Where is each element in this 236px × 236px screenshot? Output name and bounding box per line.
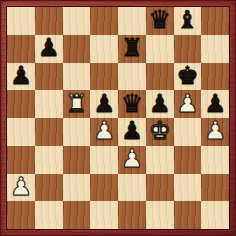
square-c7[interactable] xyxy=(63,35,91,63)
square-b1[interactable] xyxy=(35,201,63,229)
piece-white-pawn-a2[interactable]: ♟ xyxy=(10,174,32,199)
square-e2[interactable] xyxy=(118,174,146,202)
square-g6[interactable]: ♚ xyxy=(174,63,202,91)
square-b6[interactable] xyxy=(35,63,63,91)
square-d7[interactable] xyxy=(90,35,118,63)
square-f1[interactable] xyxy=(146,201,174,229)
square-a4[interactable] xyxy=(7,118,35,146)
square-g8[interactable]: ♝ xyxy=(174,7,202,35)
square-b5[interactable] xyxy=(35,90,63,118)
square-a6[interactable]: ♟ xyxy=(7,63,35,91)
piece-white-pawn-h4[interactable]: ♟ xyxy=(204,118,226,143)
chess-board: ♛♝♟♜♟♚♜♟♛♟♟♟♟♟♚♟♟♟ xyxy=(7,7,229,229)
piece-white-pawn-d4[interactable]: ♟ xyxy=(93,118,115,143)
square-f6[interactable] xyxy=(146,63,174,91)
square-b3[interactable] xyxy=(35,146,63,174)
square-h5[interactable]: ♟ xyxy=(201,90,229,118)
square-g4[interactable] xyxy=(174,118,202,146)
piece-black-pawn-f5[interactable]: ♟ xyxy=(148,91,170,116)
square-a2[interactable]: ♟ xyxy=(7,174,35,202)
piece-black-bishop-g8[interactable]: ♝ xyxy=(176,7,198,32)
square-a8[interactable] xyxy=(7,7,35,35)
piece-black-queen-e5[interactable]: ♛ xyxy=(121,91,143,116)
square-c6[interactable] xyxy=(63,63,91,91)
square-g1[interactable] xyxy=(174,201,202,229)
square-f2[interactable] xyxy=(146,174,174,202)
piece-white-pawn-g5[interactable]: ♟ xyxy=(176,91,198,116)
square-h8[interactable] xyxy=(201,7,229,35)
square-d4[interactable]: ♟ xyxy=(90,118,118,146)
piece-black-pawn-h5[interactable]: ♟ xyxy=(204,91,226,116)
square-f4[interactable]: ♚ xyxy=(146,118,174,146)
square-f5[interactable]: ♟ xyxy=(146,90,174,118)
piece-white-king-f4[interactable]: ♚ xyxy=(148,118,170,143)
square-f7[interactable] xyxy=(146,35,174,63)
square-d6[interactable] xyxy=(90,63,118,91)
square-b2[interactable] xyxy=(35,174,63,202)
square-e4[interactable]: ♟ xyxy=(118,118,146,146)
square-a7[interactable] xyxy=(7,35,35,63)
square-c5[interactable]: ♜ xyxy=(63,90,91,118)
square-c8[interactable] xyxy=(63,7,91,35)
chess-board-frame: ♛♝♟♜♟♚♜♟♛♟♟♟♟♟♚♟♟♟ xyxy=(0,0,236,236)
square-d8[interactable] xyxy=(90,7,118,35)
square-d3[interactable] xyxy=(90,146,118,174)
square-d5[interactable]: ♟ xyxy=(90,90,118,118)
square-d2[interactable] xyxy=(90,174,118,202)
piece-black-pawn-d5[interactable]: ♟ xyxy=(93,91,115,116)
square-b4[interactable] xyxy=(35,118,63,146)
piece-black-king-g6[interactable]: ♚ xyxy=(176,63,198,88)
square-g3[interactable] xyxy=(174,146,202,174)
piece-black-rook-e7[interactable]: ♜ xyxy=(121,35,143,60)
square-e1[interactable] xyxy=(118,201,146,229)
square-e8[interactable] xyxy=(118,7,146,35)
square-h6[interactable] xyxy=(201,63,229,91)
square-a3[interactable] xyxy=(7,146,35,174)
square-g7[interactable] xyxy=(174,35,202,63)
square-e3[interactable]: ♟ xyxy=(118,146,146,174)
square-h7[interactable] xyxy=(201,35,229,63)
piece-black-pawn-e4[interactable]: ♟ xyxy=(121,118,143,143)
square-h4[interactable]: ♟ xyxy=(201,118,229,146)
square-f3[interactable] xyxy=(146,146,174,174)
piece-white-rook-c5[interactable]: ♜ xyxy=(65,91,87,116)
square-b8[interactable] xyxy=(35,7,63,35)
square-c4[interactable] xyxy=(63,118,91,146)
square-c2[interactable] xyxy=(63,174,91,202)
square-h3[interactable] xyxy=(201,146,229,174)
piece-black-pawn-a6[interactable]: ♟ xyxy=(10,63,32,88)
square-f8[interactable]: ♛ xyxy=(146,7,174,35)
square-a5[interactable] xyxy=(7,90,35,118)
square-e5[interactable]: ♛ xyxy=(118,90,146,118)
square-a1[interactable] xyxy=(7,201,35,229)
square-b7[interactable]: ♟ xyxy=(35,35,63,63)
piece-white-pawn-e3[interactable]: ♟ xyxy=(121,146,143,171)
piece-black-queen-f8[interactable]: ♛ xyxy=(148,7,170,32)
square-h2[interactable] xyxy=(201,174,229,202)
square-e6[interactable] xyxy=(118,63,146,91)
square-h1[interactable] xyxy=(201,201,229,229)
square-c3[interactable] xyxy=(63,146,91,174)
piece-black-pawn-b7[interactable]: ♟ xyxy=(37,35,59,60)
square-d1[interactable] xyxy=(90,201,118,229)
square-g2[interactable] xyxy=(174,174,202,202)
square-c1[interactable] xyxy=(63,201,91,229)
square-g5[interactable]: ♟ xyxy=(174,90,202,118)
square-e7[interactable]: ♜ xyxy=(118,35,146,63)
